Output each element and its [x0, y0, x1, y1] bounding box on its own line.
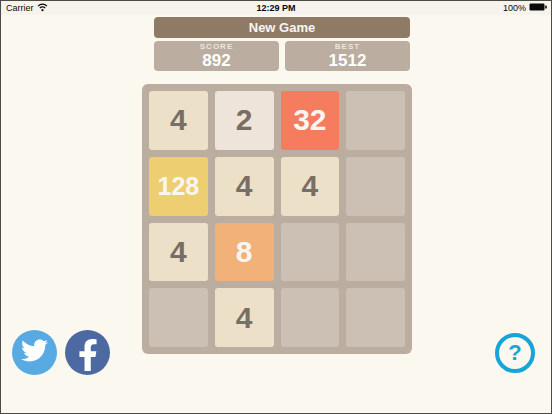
battery-percent-label: 100%	[503, 3, 526, 13]
empty-cell	[346, 157, 405, 216]
tile-32: 32	[281, 91, 340, 150]
empty-cell	[281, 288, 340, 347]
clock: 12:29 PM	[256, 1, 295, 15]
score-box: SCORE 892	[154, 41, 279, 71]
twitter-icon	[21, 337, 48, 368]
empty-cell	[281, 223, 340, 282]
tile-4: 4	[149, 223, 208, 282]
battery-indicator: 100%	[503, 1, 547, 15]
tile-4: 4	[149, 91, 208, 150]
tile-128: 128	[149, 157, 208, 216]
score-panel: SCORE 892 BEST 1512	[154, 41, 410, 71]
wifi-icon	[37, 3, 48, 14]
facebook-icon	[78, 330, 98, 375]
tile-2: 2	[215, 91, 274, 150]
battery-icon	[529, 3, 547, 13]
empty-cell	[346, 223, 405, 282]
carrier-label: Carrier	[6, 3, 34, 13]
best-box: BEST 1512	[285, 41, 410, 71]
carrier-indicator: Carrier	[6, 1, 48, 15]
best-value: 1512	[329, 52, 367, 70]
board-grid[interactable]: 423212844484	[142, 84, 412, 354]
help-button[interactable]: ?	[495, 333, 535, 373]
empty-cell	[346, 91, 405, 150]
tile-8: 8	[215, 223, 274, 282]
tile-4: 4	[215, 157, 274, 216]
tile-4: 4	[281, 157, 340, 216]
empty-cell	[346, 288, 405, 347]
score-value: 892	[202, 52, 230, 70]
status-bar: Carrier 12:29 PM 100%	[1, 1, 551, 15]
app-screen: Carrier 12:29 PM 100% New Game SCORE 892…	[0, 0, 552, 414]
facebook-share-button[interactable]	[65, 330, 110, 375]
tile-4: 4	[215, 288, 274, 347]
twitter-share-button[interactable]	[12, 330, 57, 375]
new-game-button[interactable]: New Game	[154, 17, 410, 38]
empty-cell	[149, 288, 208, 347]
